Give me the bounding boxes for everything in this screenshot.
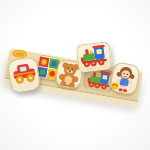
piece-train[interactable] — [75, 41, 112, 73]
brand-label-mark — [15, 52, 24, 56]
product-photo — [0, 0, 150, 150]
train-icon — [78, 43, 111, 69]
doll-icon — [110, 63, 139, 94]
piece-car[interactable] — [7, 56, 42, 93]
car-icon — [9, 59, 40, 88]
